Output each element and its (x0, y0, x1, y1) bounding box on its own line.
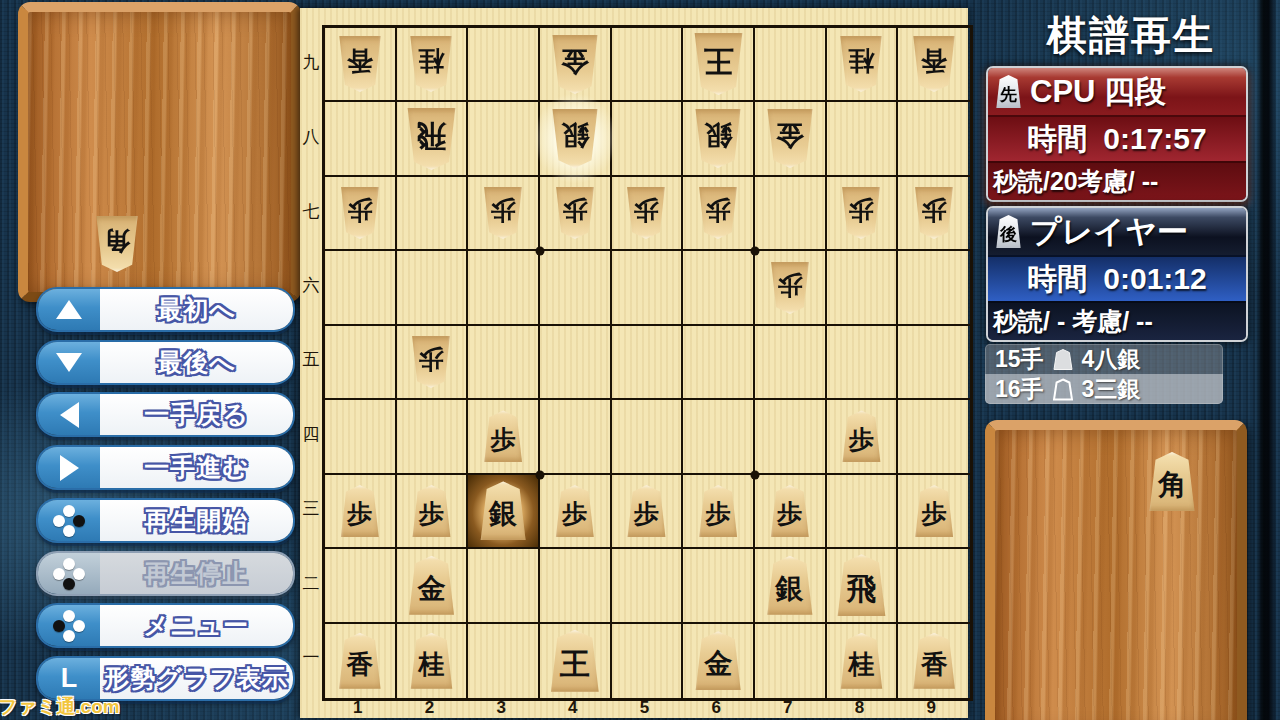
piece-歩-gote: 歩 (840, 410, 882, 462)
square-8二: 飛 (827, 549, 899, 623)
square-1六 (325, 251, 397, 325)
square-7七 (755, 177, 827, 251)
rank-label-五: 五 (300, 323, 322, 397)
square-4八: 銀 (540, 102, 612, 176)
piece-桂-gote: 桂 (838, 633, 884, 689)
piece-桂-gote: 桂 (408, 633, 454, 689)
piece-香-gote: 香 (911, 633, 957, 689)
piece-金-gote: 金 (693, 631, 743, 690)
square-8三 (827, 475, 899, 549)
square-5二 (612, 549, 684, 623)
move-row-16手[interactable]: 16手3三銀 (985, 374, 1223, 404)
square-2二: 金 (397, 549, 469, 623)
piece-歩-sente: 歩 (625, 187, 667, 239)
piece-歩-sente: 歩 (840, 187, 882, 239)
button-label: 最後へ (100, 342, 293, 383)
square-7五 (755, 326, 827, 400)
button-icon-section (38, 447, 100, 488)
L-button-icon: L (61, 663, 78, 694)
piece-飛-sente: 飛 (405, 108, 458, 170)
pad-circle-icon (53, 505, 85, 537)
button-icon-section (38, 605, 100, 646)
button-icon-section (38, 553, 100, 594)
square-4九: 金 (540, 28, 612, 102)
button-一手戻る[interactable]: 一手戻る (36, 392, 295, 437)
square-9五 (898, 326, 970, 400)
square-6五 (683, 326, 755, 400)
square-9二 (898, 549, 970, 623)
file-label-9: 9 (895, 698, 967, 718)
square-2八: 飛 (397, 102, 469, 176)
square-4四 (540, 400, 612, 474)
gote-piece-badge: 後 (995, 215, 1022, 248)
square-5九 (612, 28, 684, 102)
square-2三: 歩 (397, 475, 469, 549)
piece-桂-sente: 桂 (838, 36, 884, 92)
piece-歩-gote: 歩 (625, 485, 667, 537)
move-list: 15手4八銀16手3三銀 (985, 344, 1223, 404)
square-3六 (468, 251, 540, 325)
piece-王-sente: 王 (692, 33, 745, 95)
square-3八 (468, 102, 540, 176)
square-1五 (325, 326, 397, 400)
sente-player-panel: 先 CPU 四段 時間 0:17:57 秒読/20考慮/ -- (986, 66, 1248, 202)
rank-label-二: 二 (300, 546, 322, 620)
square-7四 (755, 400, 827, 474)
square-6六 (683, 251, 755, 325)
triangle-up-icon (56, 300, 82, 319)
triangle-left-icon (60, 402, 79, 428)
square-4六 (540, 251, 612, 325)
sente-time-value: 0:17:57 (1103, 122, 1206, 156)
piece-歩-sente: 歩 (410, 336, 452, 388)
piece-歩-sente: 歩 (769, 262, 811, 314)
shogi-board-grid: 香桂金王桂香飛銀銀金歩歩歩歩歩歩歩歩歩歩歩歩歩銀歩歩歩歩歩金銀飛香桂王金桂香 (322, 25, 973, 701)
square-8八 (827, 102, 899, 176)
square-8六 (827, 251, 899, 325)
square-6一: 金 (683, 624, 755, 698)
button-icon-section: L (38, 658, 100, 699)
app-root: 角 九八七六五四三二一 香桂金王桂香飛銀銀金歩歩歩歩歩歩歩歩歩歩歩歩歩銀歩歩歩歩… (0, 0, 1280, 720)
button-メニュー[interactable]: メニュー (36, 603, 295, 648)
gote-player-name: プレイヤー (1030, 211, 1188, 253)
square-6三: 歩 (683, 475, 755, 549)
button-icon-section (38, 500, 100, 541)
square-3二 (468, 549, 540, 623)
square-9四 (898, 400, 970, 474)
square-4三: 歩 (540, 475, 612, 549)
square-3九 (468, 28, 540, 102)
square-3三: 銀 (468, 475, 540, 549)
square-4一: 王 (540, 624, 612, 698)
square-8一: 桂 (827, 624, 899, 698)
square-1四 (325, 400, 397, 474)
triangle-right-icon (60, 455, 79, 481)
piece-歩-sente: 歩 (913, 187, 955, 239)
square-2七 (397, 177, 469, 251)
move-number: 15手 (995, 344, 1044, 375)
square-9一: 香 (898, 624, 970, 698)
square-5一 (612, 624, 684, 698)
square-6四 (683, 400, 755, 474)
square-5八 (612, 102, 684, 176)
button-一手進む[interactable]: 一手進む (36, 445, 295, 490)
piece-歩-sente: 歩 (339, 187, 381, 239)
rank-label-四: 四 (300, 397, 322, 471)
square-2一: 桂 (397, 624, 469, 698)
star-point (536, 247, 545, 256)
watermark: ファミ通.com (0, 694, 120, 720)
piece-歩-gote: 歩 (482, 410, 524, 462)
piece-金-gote: 金 (406, 556, 456, 615)
square-3七: 歩 (468, 177, 540, 251)
piece-金-sente: 金 (550, 35, 600, 94)
square-8四: 歩 (827, 400, 899, 474)
captured-piece-角: 角 (94, 216, 140, 272)
square-5四 (612, 400, 684, 474)
button-label: 再生開始 (100, 500, 293, 541)
file-labels: 123456789 (322, 698, 967, 718)
rank-label-六: 六 (300, 248, 322, 322)
gote-player-panel: 後 プレイヤー 時間 0:01:12 秒読/ - 考慮/ -- (986, 206, 1248, 342)
square-4二 (540, 549, 612, 623)
square-1二 (325, 549, 397, 623)
gote-byoyomi: 秒読/ - 考慮/ -- (988, 301, 1246, 340)
button-label: メニュー (100, 605, 293, 646)
triangle-down-icon (56, 353, 82, 372)
file-label-7: 7 (752, 698, 824, 718)
gote-time-label: 時間 (1027, 259, 1087, 300)
square-7八: 金 (755, 102, 827, 176)
piece-桂-sente: 桂 (408, 36, 454, 92)
page-title: 棋譜再生 (1000, 8, 1262, 63)
rank-labels: 九八七六五四三二一 (300, 25, 322, 695)
sente-time-label: 時間 (1027, 119, 1087, 160)
rank-label-一: 一 (300, 621, 322, 695)
sente-captured-tray: 角 (18, 2, 301, 302)
square-3五 (468, 326, 540, 400)
piece-香-sente: 香 (337, 36, 383, 92)
button-icon-section (38, 289, 100, 330)
piece-歩-sente: 歩 (554, 187, 596, 239)
button-label: 一手進む (100, 447, 293, 488)
square-2四 (397, 400, 469, 474)
square-9七: 歩 (898, 177, 970, 251)
square-4七: 歩 (540, 177, 612, 251)
file-label-4: 4 (537, 698, 609, 718)
move-text: 3三銀 (1082, 374, 1141, 405)
star-point (751, 471, 760, 480)
sente-move-piece-icon (1053, 348, 1073, 371)
piece-王-gote: 王 (548, 630, 601, 692)
square-5三: 歩 (612, 475, 684, 549)
piece-歩-gote: 歩 (554, 485, 596, 537)
piece-歩-gote: 歩 (410, 485, 452, 537)
piece-歩-sente: 歩 (697, 187, 739, 239)
square-9六 (898, 251, 970, 325)
move-row-15手[interactable]: 15手4八銀 (985, 344, 1223, 374)
star-point (751, 247, 760, 256)
piece-歩-gote: 歩 (697, 485, 739, 537)
square-3四: 歩 (468, 400, 540, 474)
button-label: 形勢グラフ表示 (100, 658, 293, 699)
square-4五 (540, 326, 612, 400)
square-3一 (468, 624, 540, 698)
rank-label-三: 三 (300, 472, 322, 546)
piece-歩-sente: 歩 (482, 187, 524, 239)
gote-time-value: 0:01:12 (1103, 262, 1206, 296)
square-5五 (612, 326, 684, 400)
square-9三: 歩 (898, 475, 970, 549)
piece-銀-gote: 銀 (765, 556, 815, 615)
square-1八 (325, 102, 397, 176)
file-label-3: 3 (465, 698, 537, 718)
square-6八: 銀 (683, 102, 755, 176)
pad-cross-icon (53, 558, 85, 590)
background-stripe (1256, 0, 1276, 720)
button-label: 再生停止 (100, 553, 293, 594)
button-label: 最初へ (100, 289, 293, 330)
file-label-8: 8 (824, 698, 896, 718)
sente-byoyomi: 秒読/20考慮/ -- (988, 161, 1246, 200)
button-icon-section (38, 394, 100, 435)
rank-label-八: 八 (300, 99, 322, 173)
square-1三: 歩 (325, 475, 397, 549)
button-最初へ[interactable]: 最初へ (36, 287, 295, 332)
button-最後へ[interactable]: 最後へ (36, 340, 295, 385)
square-7九 (755, 28, 827, 102)
square-2五: 歩 (397, 326, 469, 400)
square-1一: 香 (325, 624, 397, 698)
rank-label-九: 九 (300, 25, 322, 99)
gote-captured-tray: 角 (985, 420, 1247, 720)
button-icon-section (38, 342, 100, 383)
gote-move-piece-icon (1053, 378, 1073, 401)
file-label-1: 1 (322, 698, 394, 718)
square-6二 (683, 549, 755, 623)
piece-香-sente: 香 (911, 36, 957, 92)
square-5六 (612, 251, 684, 325)
piece-歩-gote: 歩 (769, 485, 811, 537)
move-number: 16手 (995, 374, 1044, 405)
square-9八 (898, 102, 970, 176)
piece-銀-sente: 銀 (550, 109, 600, 168)
move-text: 4八銀 (1082, 344, 1141, 375)
square-6九: 王 (683, 28, 755, 102)
square-9九: 香 (898, 28, 970, 102)
file-label-6: 6 (680, 698, 752, 718)
captured-piece-角: 角 (1147, 452, 1197, 511)
file-label-2: 2 (394, 698, 466, 718)
piece-歩-gote: 歩 (913, 485, 955, 537)
piece-銀-gote: 銀 (478, 481, 528, 540)
square-6七: 歩 (683, 177, 755, 251)
square-2九: 桂 (397, 28, 469, 102)
rank-label-七: 七 (300, 174, 322, 248)
piece-飛-gote: 飛 (835, 554, 888, 616)
square-1七: 歩 (325, 177, 397, 251)
button-再生停止: 再生停止 (36, 551, 295, 596)
button-再生開始[interactable]: 再生開始 (36, 498, 295, 543)
square-5七: 歩 (612, 177, 684, 251)
sente-piece-badge: 先 (995, 75, 1022, 108)
shogi-board-panel: 九八七六五四三二一 香桂金王桂香飛銀銀金歩歩歩歩歩歩歩歩歩歩歩歩歩銀歩歩歩歩歩金… (300, 8, 968, 718)
square-1九: 香 (325, 28, 397, 102)
square-8七: 歩 (827, 177, 899, 251)
piece-銀-sente: 銀 (693, 109, 743, 168)
square-2六 (397, 251, 469, 325)
file-label-5: 5 (609, 698, 681, 718)
piece-歩-gote: 歩 (339, 485, 381, 537)
star-point (536, 471, 545, 480)
square-7六: 歩 (755, 251, 827, 325)
button-label: 一手戻る (100, 394, 293, 435)
piece-香-gote: 香 (337, 633, 383, 689)
square-8九: 桂 (827, 28, 899, 102)
square-7三: 歩 (755, 475, 827, 549)
sente-player-name: CPU 四段 (1030, 71, 1166, 113)
square-8五 (827, 326, 899, 400)
square-7二: 銀 (755, 549, 827, 623)
pad-square-icon (53, 610, 85, 642)
piece-金-sente: 金 (765, 109, 815, 168)
square-7一 (755, 624, 827, 698)
